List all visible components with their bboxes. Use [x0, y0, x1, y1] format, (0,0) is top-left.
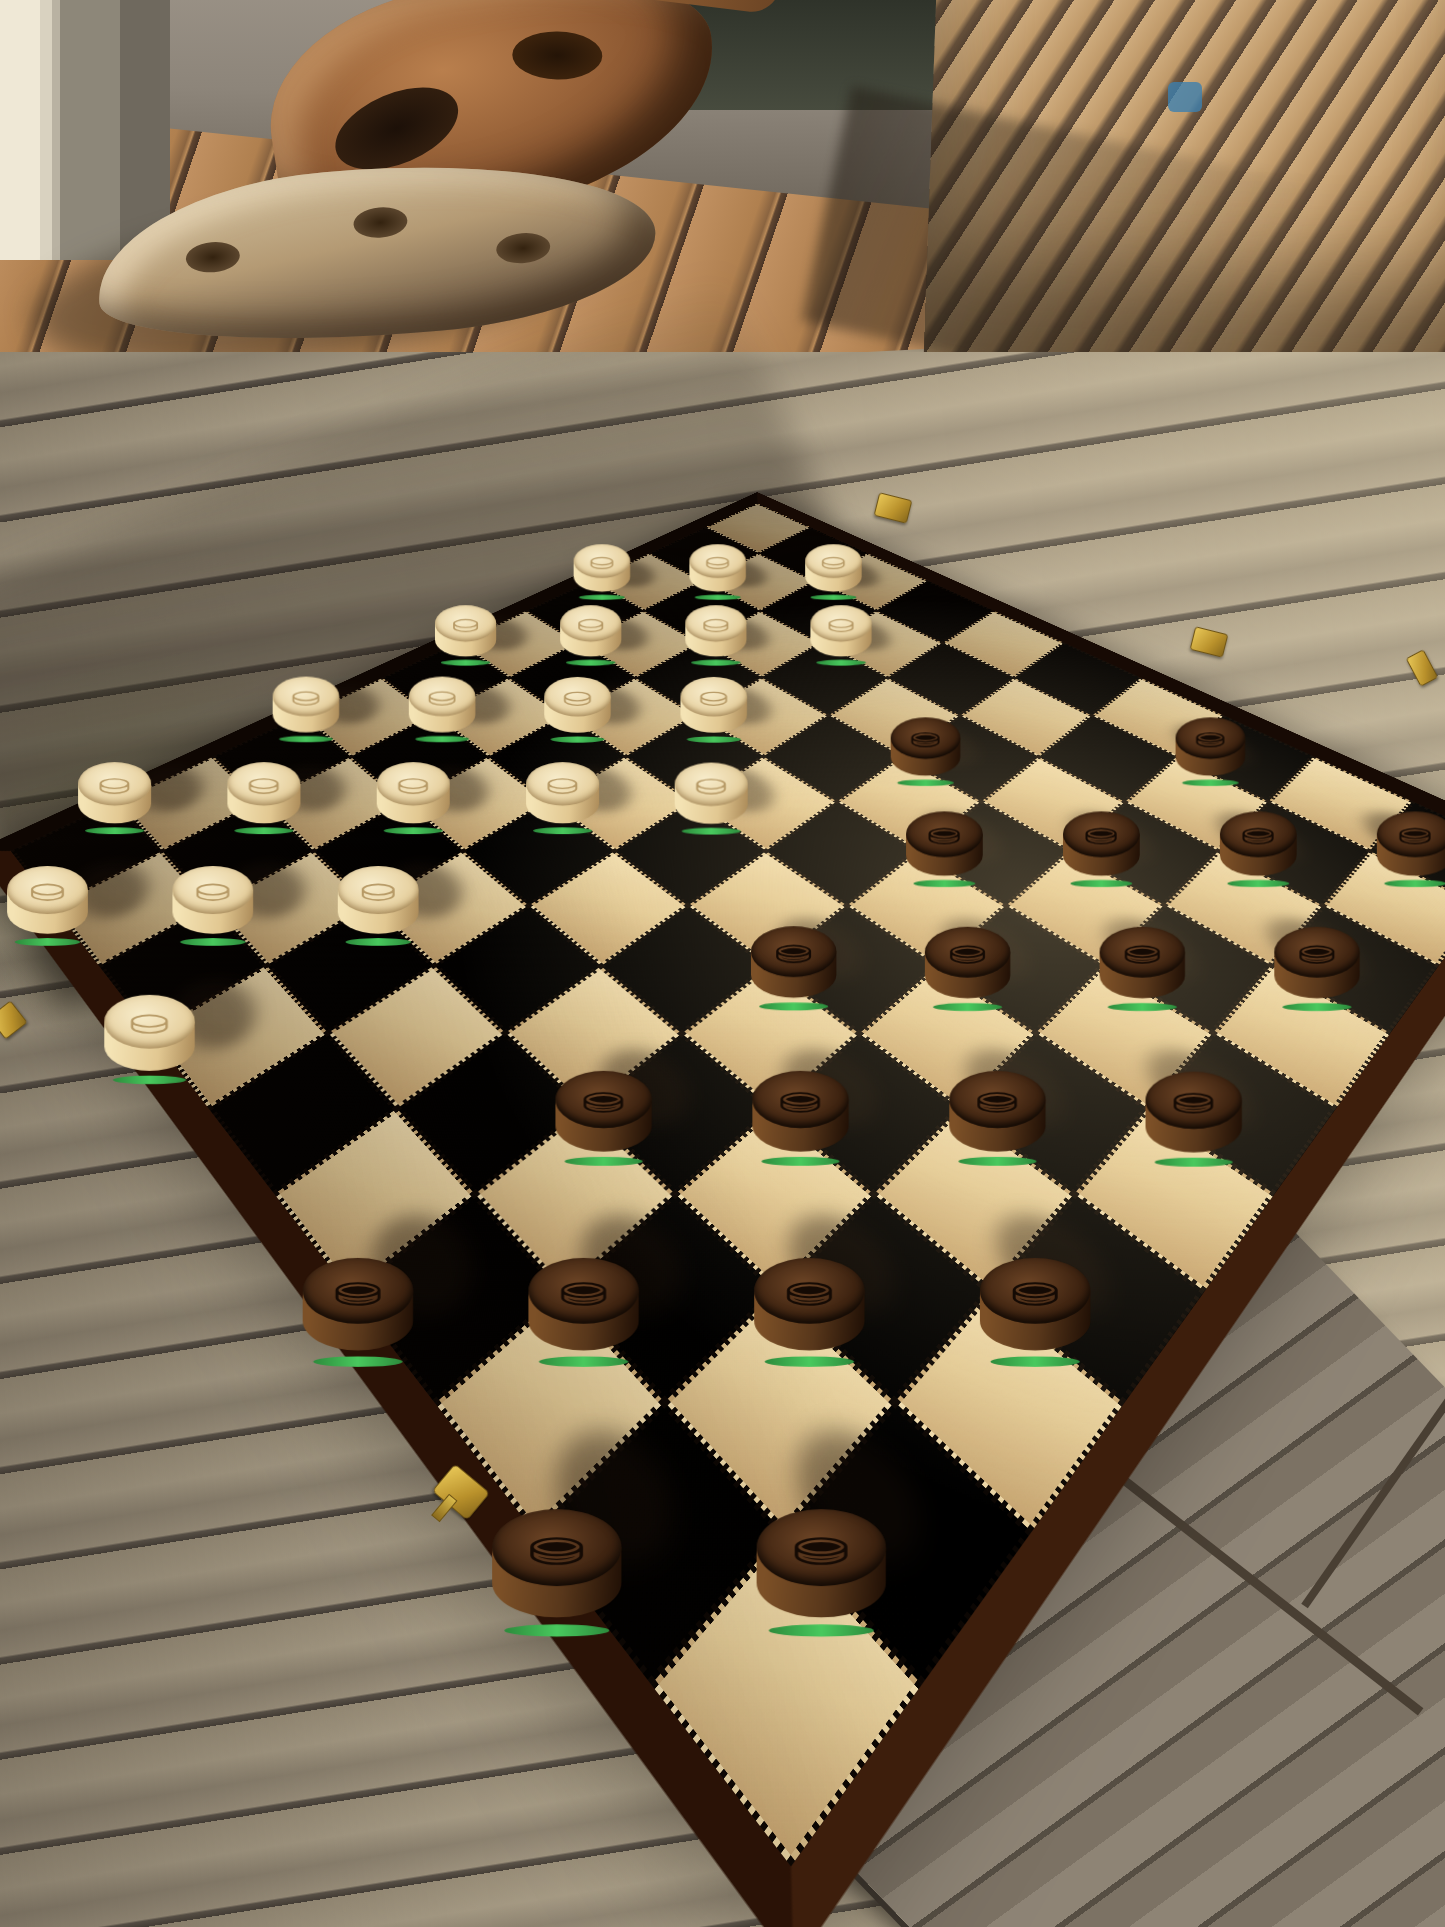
- piece-top: ⛂: [906, 811, 983, 857]
- piece-top: ⛀: [377, 762, 450, 805]
- piece-top: ⛂: [756, 1508, 885, 1585]
- piece-felt: [383, 827, 442, 834]
- piece-top: ⛀: [805, 544, 862, 578]
- piece-top: ⛀: [574, 544, 631, 578]
- draughts-man-glyph: ⛀: [546, 770, 579, 798]
- piece-top: ⛂: [949, 1071, 1045, 1128]
- draughts-man-glyph: ⛂: [1009, 1269, 1059, 1312]
- light-draughts-piece[interactable]: ⛀: [805, 544, 862, 598]
- dark-draughts-piece[interactable]: ⛂: [529, 1258, 639, 1362]
- piece-felt: [551, 736, 605, 742]
- dark-draughts-piece[interactable]: ⛂: [752, 1071, 848, 1162]
- light-draughts-piece[interactable]: ⛀: [273, 677, 340, 740]
- draughts-man-glyph: ⛀: [98, 770, 131, 798]
- piece-top: ⛀: [78, 762, 151, 805]
- piece-felt: [314, 1356, 404, 1366]
- piece-felt: [505, 1624, 610, 1636]
- draughts-man-glyph: ⛀: [577, 611, 605, 635]
- piece-felt: [1227, 880, 1289, 887]
- draughts-man-glyph: ⛂: [1194, 725, 1226, 752]
- dark-draughts-piece[interactable]: ⛂: [979, 1258, 1089, 1362]
- light-draughts-piece[interactable]: ⛀: [560, 605, 621, 663]
- dark-draughts-piece[interactable]: ⛂: [1063, 811, 1140, 884]
- dark-draughts-piece[interactable]: ⛂: [891, 718, 961, 784]
- piece-felt: [180, 938, 246, 946]
- piece-felt: [914, 880, 976, 887]
- piece-top: ⛂: [492, 1508, 621, 1585]
- draughts-man-glyph: ⛂: [333, 1269, 383, 1312]
- piece-felt: [933, 1003, 1002, 1011]
- draughts-man-glyph: ⛂: [792, 1522, 851, 1572]
- light-draughts-piece[interactable]: ⛀: [8, 866, 89, 942]
- piece-top: ⛀: [273, 677, 340, 717]
- piece-felt: [682, 827, 741, 834]
- draughts-man-glyph: ⛂: [1123, 935, 1162, 968]
- piece-top: ⛂: [925, 927, 1010, 978]
- light-draughts-piece[interactable]: ⛀: [435, 605, 496, 663]
- piece-felt: [113, 1075, 186, 1084]
- piece-top: ⛀: [526, 762, 599, 805]
- piece-top: ⛂: [529, 1258, 639, 1324]
- draughts-man-glyph: ⛀: [129, 1004, 170, 1039]
- piece-top: ⛀: [105, 994, 196, 1048]
- piece-top: ⛀: [409, 677, 476, 717]
- draughts-man-glyph: ⛂: [528, 1522, 587, 1572]
- piece-top: ⛂: [1145, 1071, 1241, 1128]
- piece-top: ⛀: [435, 605, 496, 641]
- piece-top: ⛂: [1099, 927, 1184, 978]
- piece-top: ⛀: [227, 762, 300, 805]
- dark-draughts-piece[interactable]: ⛂: [556, 1071, 652, 1162]
- piece-felt: [234, 827, 293, 834]
- draughts-man-glyph: ⛀: [291, 684, 321, 710]
- piece-top: ⛂: [1063, 811, 1140, 857]
- piece-top: ⛀: [173, 866, 254, 914]
- photo-scene: { "game": "draughts / checkers (internat…: [0, 0, 1445, 1927]
- piece-top: ⛂: [556, 1071, 652, 1128]
- dark-draughts-piece[interactable]: ⛂: [1274, 927, 1359, 1008]
- piece-top: ⛀: [689, 544, 746, 578]
- piece-felt: [1070, 880, 1132, 887]
- light-draughts-piece[interactable]: ⛀: [574, 544, 631, 598]
- light-draughts-piece[interactable]: ⛀: [377, 762, 450, 831]
- piece-top: ⛂: [1175, 718, 1245, 759]
- piece-felt: [1282, 1003, 1351, 1011]
- draughts-man-glyph: ⛀: [396, 770, 429, 798]
- draughts-man-glyph: ⛂: [1397, 819, 1432, 849]
- light-draughts-piece[interactable]: ⛀: [173, 866, 254, 942]
- piece-felt: [1384, 880, 1445, 887]
- light-draughts-piece[interactable]: ⛀: [526, 762, 599, 831]
- draughts-man-glyph: ⛀: [360, 874, 397, 905]
- piece-top: ⛀: [8, 866, 89, 914]
- draughts-board: ⛀⛂⛂⛀⛀⛂⛀⛀⛂⛂⛂⛀⛀⛂⛂⛀⛀⛀⛂⛂⛀⛀⛂⛂⛀⛀⛂⛂⛀⛀⛂⛂⛀⛀⛂⛂⛀⛀⛂⛂: [0, 492, 1445, 1927]
- board-cell-9-4[interactable]: [209, 1033, 397, 1194]
- draughts-man-glyph: ⛀: [589, 550, 615, 572]
- dark-draughts-piece[interactable]: ⛂: [1175, 718, 1245, 784]
- draughts-man-glyph: ⛂: [927, 819, 962, 849]
- dark-draughts-piece[interactable]: ⛂: [949, 1071, 1045, 1162]
- draughts-man-glyph: ⛂: [778, 1081, 822, 1118]
- draughts-man-glyph: ⛀: [705, 550, 731, 572]
- draughts-man-glyph: ⛂: [910, 725, 942, 752]
- piece-top: ⛀: [685, 605, 746, 641]
- dark-draughts-piece[interactable]: ⛂: [1099, 927, 1184, 1008]
- draughts-man-glyph: ⛂: [1084, 819, 1119, 849]
- draughts-man-glyph: ⛀: [699, 684, 729, 710]
- draughts-man-glyph: ⛂: [948, 935, 987, 968]
- piece-top: ⛀: [338, 866, 419, 914]
- piece-felt: [345, 938, 411, 946]
- dark-draughts-piece[interactable]: ⛂: [492, 1508, 621, 1630]
- light-draughts-piece[interactable]: ⛀: [680, 677, 747, 740]
- board-grid: ⛀⛂⛂⛀⛀⛂⛀⛀⛂⛂⛂⛀⛀⛂⛂⛀⛀⛀⛂⛂⛀⛀⛂⛂⛀⛀⛂⛂⛀⛀⛂⛂⛀⛀⛂⛂⛀⛀⛂⛂: [11, 503, 1445, 1866]
- draughts-man-glyph: ⛂: [1241, 819, 1276, 849]
- piece-top: ⛀: [680, 677, 747, 717]
- draughts-man-glyph: ⛀: [427, 684, 457, 710]
- piece-felt: [441, 660, 491, 666]
- piece-felt: [85, 827, 144, 834]
- board-stage: ⛀⛂⛂⛀⛀⛂⛀⛀⛂⛂⛂⛀⛀⛂⛂⛀⛀⛀⛂⛂⛀⛀⛂⛂⛀⛀⛂⛂⛀⛀⛂⛂⛀⛀⛂⛂⛀⛀⛂⛂: [0, 0, 1445, 1927]
- piece-top: ⛀: [675, 762, 748, 805]
- draughts-man-glyph: ⛀: [695, 770, 728, 798]
- light-draughts-piece[interactable]: ⛀: [227, 762, 300, 831]
- dark-draughts-piece[interactable]: ⛂: [303, 1258, 413, 1362]
- draughts-man-glyph: ⛀: [827, 611, 855, 635]
- draughts-man-glyph: ⛀: [820, 550, 846, 572]
- dark-draughts-piece[interactable]: ⛂: [751, 927, 836, 1008]
- dark-draughts-piece[interactable]: ⛂: [754, 1258, 864, 1362]
- light-draughts-piece[interactable]: ⛀: [544, 677, 611, 740]
- draughts-man-glyph: ⛀: [195, 874, 232, 905]
- draughts-man-glyph: ⛂: [774, 935, 813, 968]
- light-draughts-piece[interactable]: ⛀: [689, 544, 746, 598]
- draughts-man-glyph: ⛀: [452, 612, 480, 636]
- light-draughts-piece[interactable]: ⛀: [78, 762, 151, 831]
- piece-felt: [1154, 1157, 1232, 1166]
- draughts-man-glyph: ⛂: [559, 1269, 609, 1312]
- draughts-man-glyph: ⛀: [30, 874, 67, 905]
- draughts-man-glyph: ⛂: [784, 1269, 834, 1312]
- piece-top: ⛂: [1220, 811, 1297, 857]
- piece-felt: [15, 938, 81, 946]
- piece-felt: [687, 736, 741, 742]
- draughts-man-glyph: ⛂: [1172, 1081, 1216, 1118]
- piece-top: ⛀: [810, 605, 871, 641]
- light-draughts-piece[interactable]: ⛀: [685, 605, 746, 663]
- dark-draughts-piece[interactable]: ⛂: [925, 927, 1010, 1008]
- piece-felt: [566, 660, 616, 666]
- dark-draughts-piece[interactable]: ⛂: [1145, 1071, 1241, 1162]
- dark-draughts-piece[interactable]: ⛂: [1376, 811, 1445, 884]
- piece-felt: [691, 660, 741, 666]
- light-draughts-piece[interactable]: ⛀: [675, 762, 748, 831]
- piece-top: ⛂: [979, 1258, 1089, 1324]
- light-draughts-piece[interactable]: ⛀: [105, 994, 196, 1080]
- piece-top: ⛂: [1274, 927, 1359, 978]
- light-draughts-piece[interactable]: ⛀: [338, 866, 419, 942]
- piece-felt: [764, 1356, 854, 1366]
- piece-top: ⛂: [754, 1258, 864, 1324]
- piece-felt: [816, 660, 866, 666]
- light-draughts-piece[interactable]: ⛀: [409, 677, 476, 740]
- piece-felt: [990, 1356, 1080, 1366]
- piece-top: ⛂: [303, 1258, 413, 1324]
- piece-felt: [1108, 1003, 1177, 1011]
- draughts-man-glyph: ⛂: [1297, 935, 1336, 968]
- piece-top: ⛀: [544, 677, 611, 717]
- draughts-man-glyph: ⛂: [582, 1081, 626, 1118]
- dark-draughts-piece[interactable]: ⛂: [756, 1508, 885, 1630]
- draughts-man-glyph: ⛀: [247, 770, 280, 798]
- piece-felt: [769, 1624, 874, 1636]
- draughts-man-glyph: ⛀: [563, 684, 593, 710]
- dark-draughts-piece[interactable]: ⛂: [1220, 811, 1297, 884]
- draughts-man-glyph: ⛂: [975, 1081, 1019, 1118]
- dark-draughts-piece[interactable]: ⛂: [906, 811, 983, 884]
- light-draughts-piece[interactable]: ⛀: [810, 605, 871, 663]
- piece-top: ⛀: [560, 605, 621, 641]
- draughts-man-glyph: ⛀: [702, 611, 730, 635]
- piece-felt: [532, 827, 591, 834]
- piece-top: ⛂: [751, 927, 836, 978]
- piece-felt: [539, 1356, 629, 1366]
- piece-top: ⛂: [752, 1071, 848, 1128]
